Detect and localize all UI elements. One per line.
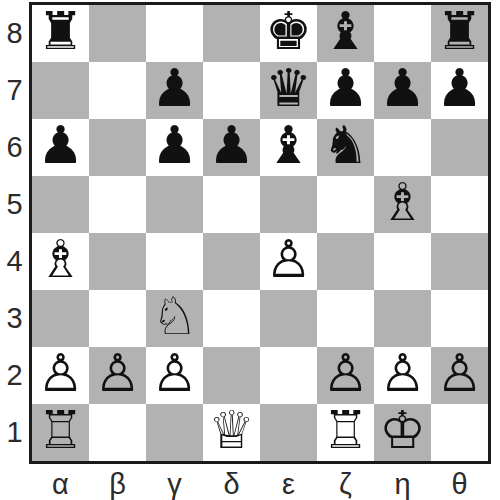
white-rook-piece: ♖ bbox=[37, 404, 84, 459]
square-η1[interactable]: ♔ bbox=[374, 404, 431, 461]
square-δ6[interactable]: ♟ bbox=[203, 119, 260, 176]
square-δ7[interactable] bbox=[203, 62, 260, 119]
file-label-α: α bbox=[32, 466, 89, 500]
square-η4[interactable] bbox=[374, 233, 431, 290]
square-θ6[interactable] bbox=[431, 119, 488, 176]
square-ζ3[interactable] bbox=[317, 290, 374, 347]
white-pawn-piece: ♙ bbox=[151, 347, 198, 402]
square-α6[interactable]: ♟ bbox=[32, 119, 89, 176]
black-bishop-piece: ♝ bbox=[322, 5, 369, 60]
black-king-piece: ♚ bbox=[265, 5, 312, 60]
square-γ1[interactable] bbox=[146, 404, 203, 461]
black-pawn-piece: ♟ bbox=[436, 62, 483, 117]
white-bishop-piece: ♗ bbox=[37, 233, 84, 288]
square-γ5[interactable] bbox=[146, 176, 203, 233]
black-bishop-piece: ♝ bbox=[265, 119, 312, 174]
square-γ3[interactable]: ♘ bbox=[146, 290, 203, 347]
black-pawn-piece: ♟ bbox=[208, 119, 255, 174]
white-pawn-piece: ♙ bbox=[322, 347, 369, 402]
file-labels: αβγδεζηθ bbox=[32, 466, 488, 500]
square-δ5[interactable] bbox=[203, 176, 260, 233]
square-ε4[interactable]: ♙ bbox=[260, 233, 317, 290]
square-θ7[interactable]: ♟ bbox=[431, 62, 488, 119]
square-ζ8[interactable]: ♝ bbox=[317, 5, 374, 62]
square-ζ2[interactable]: ♙ bbox=[317, 347, 374, 404]
black-pawn-piece: ♟ bbox=[37, 119, 84, 174]
square-ζ1[interactable]: ♖ bbox=[317, 404, 374, 461]
square-δ2[interactable] bbox=[203, 347, 260, 404]
square-α4[interactable]: ♗ bbox=[32, 233, 89, 290]
rank-label-5: 5 bbox=[0, 176, 29, 233]
square-α2[interactable]: ♙ bbox=[32, 347, 89, 404]
black-pawn-piece: ♟ bbox=[322, 62, 369, 117]
black-pawn-piece: ♟ bbox=[151, 119, 198, 174]
rank-label-2: 2 bbox=[0, 347, 29, 404]
square-α3[interactable] bbox=[32, 290, 89, 347]
square-ζ4[interactable] bbox=[317, 233, 374, 290]
square-δ4[interactable] bbox=[203, 233, 260, 290]
square-β6[interactable] bbox=[89, 119, 146, 176]
rank-label-8: 8 bbox=[0, 5, 29, 62]
square-α5[interactable] bbox=[32, 176, 89, 233]
square-η3[interactable] bbox=[374, 290, 431, 347]
square-δ3[interactable] bbox=[203, 290, 260, 347]
file-label-δ: δ bbox=[203, 466, 260, 500]
white-rook-piece: ♖ bbox=[322, 404, 369, 459]
rank-label-1: 1 bbox=[0, 404, 29, 461]
square-θ2[interactable]: ♙ bbox=[431, 347, 488, 404]
file-label-θ: θ bbox=[431, 466, 488, 500]
rank-labels: 87654321 bbox=[0, 2, 29, 464]
square-γ8[interactable] bbox=[146, 5, 203, 62]
file-label-η: η bbox=[374, 466, 431, 500]
file-label-β: β bbox=[89, 466, 146, 500]
black-knight-piece: ♞ bbox=[322, 119, 369, 174]
square-ε1[interactable] bbox=[260, 404, 317, 461]
square-γ7[interactable]: ♟ bbox=[146, 62, 203, 119]
square-θ1[interactable] bbox=[431, 404, 488, 461]
square-γ6[interactable]: ♟ bbox=[146, 119, 203, 176]
black-rook-piece: ♜ bbox=[436, 5, 483, 60]
black-rook-piece: ♜ bbox=[37, 5, 84, 60]
square-β7[interactable] bbox=[89, 62, 146, 119]
square-β5[interactable] bbox=[89, 176, 146, 233]
white-pawn-piece: ♙ bbox=[37, 347, 84, 402]
white-pawn-piece: ♙ bbox=[94, 347, 141, 402]
square-θ8[interactable]: ♜ bbox=[431, 5, 488, 62]
square-η5[interactable]: ♗ bbox=[374, 176, 431, 233]
white-knight-piece: ♘ bbox=[151, 290, 198, 345]
square-η6[interactable] bbox=[374, 119, 431, 176]
square-β2[interactable]: ♙ bbox=[89, 347, 146, 404]
square-α8[interactable]: ♜ bbox=[32, 5, 89, 62]
square-β8[interactable] bbox=[89, 5, 146, 62]
square-ζ6[interactable]: ♞ bbox=[317, 119, 374, 176]
square-ε2[interactable] bbox=[260, 347, 317, 404]
square-ζ5[interactable] bbox=[317, 176, 374, 233]
square-ε6[interactable]: ♝ bbox=[260, 119, 317, 176]
square-ζ7[interactable]: ♟ bbox=[317, 62, 374, 119]
square-ε3[interactable] bbox=[260, 290, 317, 347]
chess-diagram: 87654321 ♜♚♝♜♟♛♟♟♟♟♟♟♝♞♗♗♙♘♙♙♙♙♙♙♖♕♖♔ αβ… bbox=[0, 0, 500, 500]
white-pawn-piece: ♙ bbox=[436, 347, 483, 402]
square-α7[interactable] bbox=[32, 62, 89, 119]
square-ε5[interactable] bbox=[260, 176, 317, 233]
board: ♜♚♝♜♟♛♟♟♟♟♟♟♝♞♗♗♙♘♙♙♙♙♙♙♖♕♖♔ bbox=[32, 5, 488, 461]
white-queen-piece: ♕ bbox=[208, 404, 255, 459]
square-ε8[interactable]: ♚ bbox=[260, 5, 317, 62]
square-γ4[interactable] bbox=[146, 233, 203, 290]
rank-label-6: 6 bbox=[0, 119, 29, 176]
white-pawn-piece: ♙ bbox=[379, 347, 426, 402]
file-label-ζ: ζ bbox=[317, 466, 374, 500]
square-β3[interactable] bbox=[89, 290, 146, 347]
square-δ1[interactable]: ♕ bbox=[203, 404, 260, 461]
square-θ4[interactable] bbox=[431, 233, 488, 290]
square-γ2[interactable]: ♙ bbox=[146, 347, 203, 404]
rank-label-4: 4 bbox=[0, 233, 29, 290]
white-pawn-piece: ♙ bbox=[265, 233, 312, 288]
file-label-ε: ε bbox=[260, 466, 317, 500]
board-border: ♜♚♝♜♟♛♟♟♟♟♟♟♝♞♗♗♙♘♙♙♙♙♙♙♖♕♖♔ bbox=[29, 2, 491, 464]
square-β4[interactable] bbox=[89, 233, 146, 290]
black-queen-piece: ♛ bbox=[265, 62, 312, 117]
square-α1[interactable]: ♖ bbox=[32, 404, 89, 461]
white-king-piece: ♔ bbox=[379, 404, 426, 459]
rank-label-7: 7 bbox=[0, 62, 29, 119]
square-η7[interactable]: ♟ bbox=[374, 62, 431, 119]
file-label-γ: γ bbox=[146, 466, 203, 500]
rank-label-3: 3 bbox=[0, 290, 29, 347]
square-δ8[interactable] bbox=[203, 5, 260, 62]
square-β1[interactable] bbox=[89, 404, 146, 461]
square-θ3[interactable] bbox=[431, 290, 488, 347]
square-η2[interactable]: ♙ bbox=[374, 347, 431, 404]
black-pawn-piece: ♟ bbox=[379, 62, 426, 117]
white-bishop-piece: ♗ bbox=[379, 176, 426, 231]
square-η8[interactable] bbox=[374, 5, 431, 62]
black-pawn-piece: ♟ bbox=[151, 62, 198, 117]
square-ε7[interactable]: ♛ bbox=[260, 62, 317, 119]
square-θ5[interactable] bbox=[431, 176, 488, 233]
